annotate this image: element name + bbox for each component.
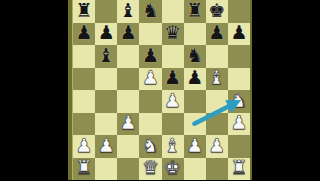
black-queen[interactable]: ♛ [164,23,181,42]
square-e7[interactable]: ♛ [162,23,184,46]
square-a7[interactable]: ♟ [73,23,95,46]
black-pawn[interactable]: ♟ [164,68,181,87]
black-pawn[interactable]: ♟ [142,46,159,65]
black-knight[interactable]: ♞ [186,46,203,65]
square-a8[interactable]: ♜ [73,0,95,23]
square-f3[interactable] [184,113,206,136]
black-pawn[interactable]: ♟ [120,23,137,42]
black-knight[interactable]: ♞ [142,1,159,20]
square-g5[interactable]: ♝ [206,68,228,91]
square-c4[interactable] [117,90,139,113]
square-e4[interactable]: ♟ [162,90,184,113]
white-pawn[interactable]: ♟ [76,136,93,155]
square-e5[interactable]: ♟ [162,68,184,91]
square-g7[interactable]: ♟ [206,23,228,46]
square-h1[interactable]: ♜ [228,158,250,181]
square-c1[interactable] [117,158,139,181]
black-pawn[interactable]: ♟ [186,68,203,87]
black-pawn[interactable]: ♟ [98,23,115,42]
square-g1[interactable] [206,158,228,181]
letterbox-background: ♜♝♞♜♚♟♟♟♛♟♟♝♟♞♟♟♟♝♟♞♟♟♟♟♞♝♟♟♜♛♚♜ [0,0,320,180]
white-queen[interactable]: ♛ [142,158,159,177]
white-pawn[interactable]: ♟ [98,136,115,155]
square-h3[interactable]: ♟ [228,113,250,136]
square-d4[interactable] [139,90,161,113]
square-b5[interactable] [95,68,117,91]
black-rook[interactable]: ♜ [186,1,203,20]
square-c5[interactable] [117,68,139,91]
black-pawn[interactable]: ♟ [230,23,247,42]
chess-board-frame: ♜♝♞♜♚♟♟♟♛♟♟♝♟♞♟♟♟♝♟♞♟♟♟♟♞♝♟♟♜♛♚♜ [68,0,252,180]
white-pawn[interactable]: ♟ [142,68,159,87]
square-g6[interactable] [206,45,228,68]
square-d8[interactable]: ♞ [139,0,161,23]
square-a6[interactable] [73,45,95,68]
square-e6[interactable] [162,45,184,68]
white-pawn[interactable]: ♟ [186,136,203,155]
square-b6[interactable]: ♝ [95,45,117,68]
square-g8[interactable]: ♚ [206,0,228,23]
square-f7[interactable] [184,23,206,46]
white-king[interactable]: ♚ [164,158,181,177]
square-h5[interactable] [228,68,250,91]
white-knight[interactable]: ♞ [142,136,159,155]
square-h7[interactable]: ♟ [228,23,250,46]
square-c6[interactable] [117,45,139,68]
chess-board: ♜♝♞♜♚♟♟♟♛♟♟♝♟♞♟♟♟♝♟♞♟♟♟♟♞♝♟♟♜♛♚♜ [72,0,250,180]
white-bishop[interactable]: ♝ [164,136,181,155]
square-d3[interactable] [139,113,161,136]
square-f4[interactable] [184,90,206,113]
black-pawn[interactable]: ♟ [76,23,93,42]
square-g3[interactable] [206,113,228,136]
square-b3[interactable] [95,113,117,136]
square-f6[interactable]: ♞ [184,45,206,68]
square-d6[interactable]: ♟ [139,45,161,68]
square-g2[interactable]: ♟ [206,135,228,158]
square-f8[interactable]: ♜ [184,0,206,23]
black-bishop[interactable]: ♝ [120,1,137,20]
square-e8[interactable] [162,0,184,23]
white-pawn[interactable]: ♟ [164,91,181,110]
square-a3[interactable] [73,113,95,136]
square-c2[interactable] [117,135,139,158]
square-d7[interactable] [139,23,161,46]
square-a5[interactable] [73,68,95,91]
square-a1[interactable]: ♜ [73,158,95,181]
black-king[interactable]: ♚ [208,1,225,20]
square-h2[interactable] [228,135,250,158]
square-c8[interactable]: ♝ [117,0,139,23]
square-b8[interactable] [95,0,117,23]
square-b1[interactable] [95,158,117,181]
white-bishop[interactable]: ♝ [208,68,225,87]
white-pawn[interactable]: ♟ [120,113,137,132]
white-pawn[interactable]: ♟ [230,113,247,132]
square-e1[interactable]: ♚ [162,158,184,181]
square-c7[interactable]: ♟ [117,23,139,46]
square-f2[interactable]: ♟ [184,135,206,158]
white-knight[interactable]: ♞ [230,91,247,110]
black-bishop[interactable]: ♝ [98,46,115,65]
black-pawn[interactable]: ♟ [208,23,225,42]
square-e3[interactable] [162,113,184,136]
square-c3[interactable]: ♟ [117,113,139,136]
square-h8[interactable] [228,0,250,23]
square-g4[interactable] [206,90,228,113]
square-e2[interactable]: ♝ [162,135,184,158]
white-rook[interactable]: ♜ [230,158,247,177]
square-h4[interactable]: ♞ [228,90,250,113]
square-d5[interactable]: ♟ [139,68,161,91]
square-f1[interactable] [184,158,206,181]
square-h6[interactable] [228,45,250,68]
square-b7[interactable]: ♟ [95,23,117,46]
square-a2[interactable]: ♟ [73,135,95,158]
white-rook[interactable]: ♜ [76,158,93,177]
square-f5[interactable]: ♟ [184,68,206,91]
square-b4[interactable] [95,90,117,113]
black-rook[interactable]: ♜ [76,1,93,20]
white-pawn[interactable]: ♟ [208,136,225,155]
square-b2[interactable]: ♟ [95,135,117,158]
square-d1[interactable]: ♛ [139,158,161,181]
square-d2[interactable]: ♞ [139,135,161,158]
square-a4[interactable] [73,90,95,113]
